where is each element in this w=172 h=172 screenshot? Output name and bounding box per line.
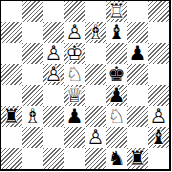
square-h2[interactable]: ♝ [148,127,169,148]
square-f7[interactable]: ♝ [106,22,127,43]
black-rook-piece[interactable]: ♜ [127,148,148,169]
square-f3[interactable]: ♞♘ [106,106,127,127]
black-pawn-piece[interactable]: ♟ [106,85,127,106]
square-f5[interactable]: ♚ [106,64,127,85]
square-g3[interactable] [127,106,148,127]
square-d6[interactable]: ♚♔ [64,43,85,64]
square-a3[interactable]: ♜ [1,106,22,127]
square-g1[interactable]: ♜ [127,148,148,169]
black-bishop-piece[interactable]: ♝ [106,22,127,43]
square-c4[interactable] [43,85,64,106]
square-c1[interactable] [43,148,64,169]
black-bishop-piece[interactable]: ♝ [148,127,169,148]
square-d1[interactable] [64,148,85,169]
square-c2[interactable] [43,127,64,148]
white-pawn-outline-icon: ♙ [148,106,169,127]
square-b7[interactable] [22,22,43,43]
chess-board: ♜♖♟♙♝♗♝♟♙♚♔♟♟♙♞♘♚♛♕♟♜♝♗♟♞♘♟♙♟♙♝♞♜ [1,1,169,169]
black-pawn-piece[interactable]: ♟ [64,106,85,127]
square-b5[interactable] [22,64,43,85]
black-pawn-piece[interactable]: ♟ [127,43,148,64]
square-g6[interactable]: ♟ [127,43,148,64]
black-knight-piece[interactable]: ♞ [106,148,127,169]
square-d3[interactable]: ♟ [64,106,85,127]
square-h6[interactable] [148,43,169,64]
square-f2[interactable] [106,127,127,148]
square-a5[interactable] [1,64,22,85]
square-c8[interactable] [43,1,64,22]
square-h8[interactable] [148,1,169,22]
white-knight-outline-icon: ♘ [106,106,127,127]
square-h1[interactable] [148,148,169,169]
square-e1[interactable] [85,148,106,169]
square-d8[interactable] [64,1,85,22]
square-e2[interactable]: ♟♙ [85,127,106,148]
square-a8[interactable] [1,1,22,22]
square-d4[interactable]: ♛♕ [64,85,85,106]
square-a2[interactable] [1,127,22,148]
black-rook-piece[interactable]: ♜ [1,106,22,127]
square-g5[interactable] [127,64,148,85]
square-h5[interactable] [148,64,169,85]
square-h4[interactable] [148,85,169,106]
white-pawn-outline-icon: ♙ [64,22,85,43]
white-pawn-outline-icon: ♙ [43,43,64,64]
square-d5[interactable]: ♞♘ [64,64,85,85]
white-knight-outline-icon: ♘ [64,64,85,85]
square-h7[interactable] [148,22,169,43]
square-e4[interactable] [85,85,106,106]
square-d7[interactable]: ♟♙ [64,22,85,43]
square-f6[interactable] [106,43,127,64]
white-bishop-outline-icon: ♗ [85,22,106,43]
square-a6[interactable] [1,43,22,64]
square-b8[interactable] [22,1,43,22]
square-e3[interactable] [85,106,106,127]
square-e6[interactable] [85,43,106,64]
square-h3[interactable]: ♟♙ [148,106,169,127]
square-g4[interactable] [127,85,148,106]
square-f8[interactable]: ♜♖ [106,1,127,22]
square-g8[interactable] [127,1,148,22]
square-e8[interactable] [85,1,106,22]
white-bishop-outline-icon: ♗ [22,106,43,127]
square-f1[interactable]: ♞ [106,148,127,169]
white-queen-outline-icon: ♕ [64,85,85,106]
square-g7[interactable] [127,22,148,43]
square-c3[interactable] [43,106,64,127]
square-c7[interactable] [43,22,64,43]
square-a7[interactable] [1,22,22,43]
square-b6[interactable] [22,43,43,64]
square-e5[interactable] [85,64,106,85]
square-b3[interactable]: ♝♗ [22,106,43,127]
chess-board-frame: ♜♖♟♙♝♗♝♟♙♚♔♟♟♙♞♘♚♛♕♟♜♝♗♟♞♘♟♙♟♙♝♞♜ [0,0,171,171]
square-e7[interactable]: ♝♗ [85,22,106,43]
white-pawn-outline-icon: ♙ [43,64,64,85]
square-c5[interactable]: ♟♙ [43,64,64,85]
square-a4[interactable] [1,85,22,106]
black-king-piece[interactable]: ♚ [106,64,127,85]
square-b4[interactable] [22,85,43,106]
square-g2[interactable] [127,127,148,148]
white-king-outline-icon: ♔ [64,43,85,64]
square-d2[interactable] [64,127,85,148]
square-a1[interactable] [1,148,22,169]
square-b1[interactable] [22,148,43,169]
square-b2[interactable] [22,127,43,148]
square-f4[interactable]: ♟ [106,85,127,106]
square-c6[interactable]: ♟♙ [43,43,64,64]
white-rook-outline-icon: ♖ [106,1,127,22]
white-pawn-outline-icon: ♙ [85,127,106,148]
